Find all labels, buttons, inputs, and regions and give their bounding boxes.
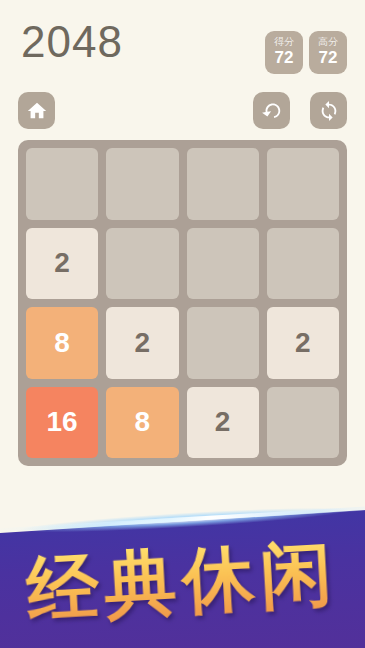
- board-cell-r2c4: [267, 228, 339, 300]
- board-cell-r4c1: 16: [26, 387, 98, 459]
- board-cell-r3c2: 2: [106, 307, 178, 379]
- score-label: 得分: [265, 36, 303, 48]
- board-cell-r1c1: [26, 148, 98, 220]
- home-icon: [26, 100, 48, 122]
- best-score-value: 72: [309, 48, 347, 68]
- game-board[interactable]: 2 8 2 2 16 8 2: [18, 140, 347, 466]
- score-value: 72: [265, 48, 303, 68]
- score-box: 得分 72: [265, 31, 303, 74]
- home-button[interactable]: [18, 92, 55, 129]
- board-cell-r3c1: 8: [26, 307, 98, 379]
- board-cell-r1c3: [187, 148, 259, 220]
- board-cell-r2c1: 2: [26, 228, 98, 300]
- undo-icon: [261, 100, 283, 122]
- restart-button[interactable]: [310, 92, 347, 129]
- board-cell-r3c3: [187, 307, 259, 379]
- board-cell-r2c2: [106, 228, 178, 300]
- game-screen: 2048 得分 72 高分 72 2 8 2 2 16: [0, 0, 365, 648]
- board-cell-r2c3: [187, 228, 259, 300]
- board-cell-r4c4: [267, 387, 339, 459]
- undo-button[interactable]: [253, 92, 290, 129]
- board-cell-r1c2: [106, 148, 178, 220]
- bottom-banner[interactable]: [0, 500, 365, 648]
- board-cell-r3c4: 2: [267, 307, 339, 379]
- board-cell-r4c3: 2: [187, 387, 259, 459]
- best-score-label: 高分: [309, 36, 347, 48]
- restart-icon: [318, 100, 340, 122]
- page-title: 2048: [21, 18, 123, 66]
- best-score-box: 高分 72: [309, 31, 347, 74]
- board-cell-r4c2: 8: [106, 387, 178, 459]
- board-cell-r1c4: [267, 148, 339, 220]
